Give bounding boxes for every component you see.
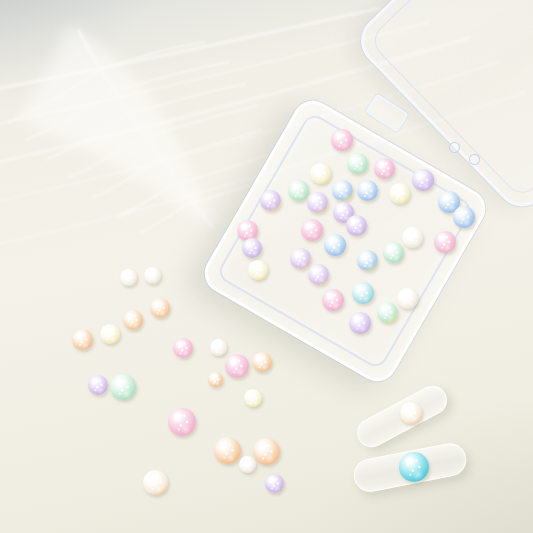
bead-yellow_white bbox=[389, 183, 410, 204]
box-latch-hole bbox=[469, 154, 480, 165]
bead-blue bbox=[324, 234, 346, 256]
bead-blue bbox=[453, 206, 475, 228]
bead-white bbox=[144, 267, 161, 284]
bead-orange_lilac bbox=[308, 264, 329, 285]
bead-yellow_white bbox=[244, 389, 262, 407]
bead-white bbox=[402, 227, 423, 248]
bead-mint bbox=[383, 242, 404, 263]
bead-mint bbox=[288, 180, 309, 201]
bead-orange_lilac bbox=[307, 192, 328, 213]
bead-white bbox=[397, 288, 418, 309]
bead-white bbox=[120, 269, 137, 286]
bead-yellow_blue bbox=[357, 250, 378, 271]
bead-peach bbox=[208, 372, 223, 387]
bead-lilac bbox=[242, 238, 262, 258]
bead-lilac bbox=[412, 169, 434, 191]
bead-white bbox=[239, 456, 256, 473]
box-latch-hole bbox=[449, 142, 460, 153]
bead-pink bbox=[225, 354, 249, 378]
bead-blue bbox=[357, 180, 378, 201]
bead-lilac bbox=[265, 474, 284, 493]
bead-pink bbox=[168, 408, 196, 436]
bead-peach bbox=[123, 310, 143, 330]
bead-peach bbox=[253, 438, 280, 465]
bead-aqua bbox=[352, 282, 374, 304]
box-hinge bbox=[365, 93, 409, 132]
bead-peach bbox=[214, 437, 241, 464]
bead-peach bbox=[252, 352, 272, 372]
bead-yellow_white bbox=[100, 324, 120, 344]
bead-mint bbox=[110, 374, 136, 400]
bead-pink bbox=[173, 338, 193, 358]
bead-yellow_blue bbox=[332, 180, 353, 201]
bead-pink bbox=[331, 129, 353, 151]
bead-pink bbox=[434, 231, 456, 253]
feather bbox=[8, 25, 270, 233]
scene bbox=[0, 0, 533, 533]
bead-lilac bbox=[346, 215, 367, 236]
bead-pink bbox=[374, 158, 395, 179]
bead-yellow_mint bbox=[377, 302, 398, 323]
bead-lilac bbox=[349, 312, 371, 334]
bead-orange_lilac bbox=[290, 248, 311, 269]
bead-mint bbox=[347, 153, 368, 174]
bead-pink bbox=[301, 219, 323, 241]
bead-yellow_lilac bbox=[260, 190, 281, 211]
bead-orange_white bbox=[143, 470, 168, 495]
bead-yellow_white bbox=[248, 260, 268, 280]
bead-orange_white bbox=[400, 402, 422, 424]
bead-aqua_glitter bbox=[399, 452, 429, 482]
bead-pink bbox=[322, 289, 344, 311]
bead-lilac bbox=[88, 375, 108, 395]
bead-peach bbox=[150, 298, 170, 318]
bead-peach bbox=[72, 329, 93, 350]
bead-white bbox=[210, 339, 227, 356]
bead-yellow_white bbox=[310, 163, 331, 184]
